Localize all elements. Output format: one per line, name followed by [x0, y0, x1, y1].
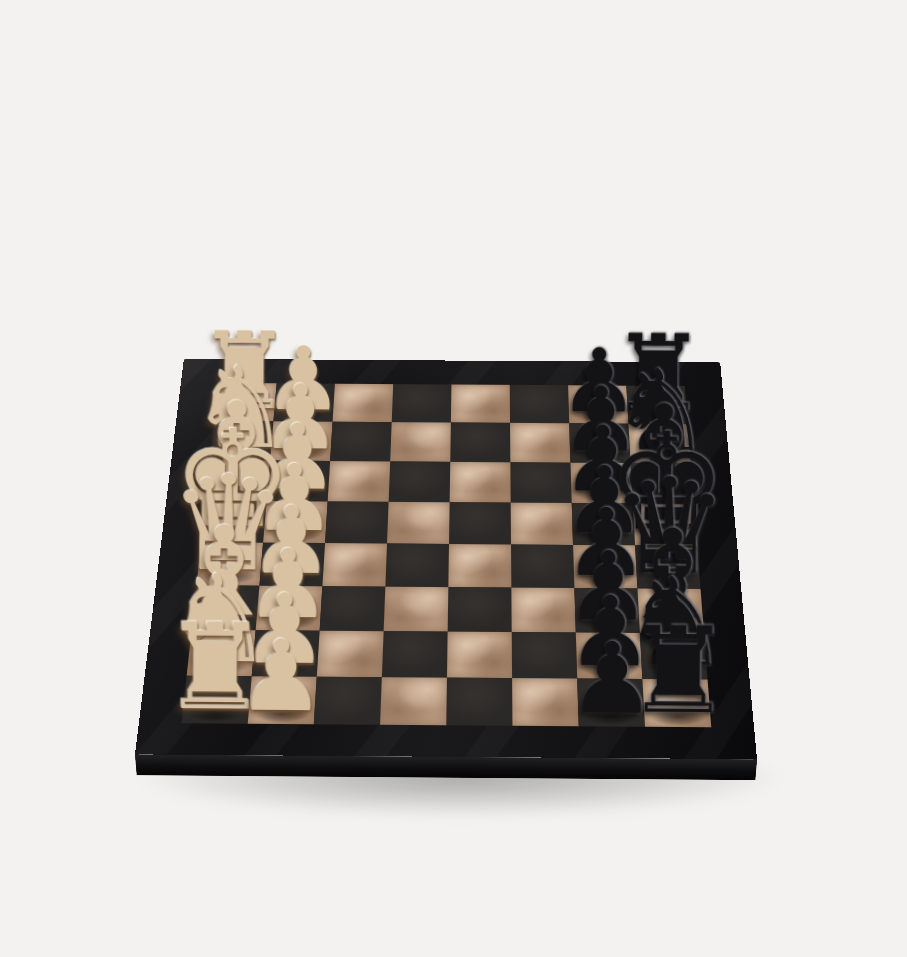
perspective-viewport: ♜♟♟♜♞♟♟♞♝♟♟♝♚♟♟♚♛♟♟♛♝♟♟♝♞♟♟♞♜♟♟♜ [0, 0, 907, 957]
board-squares: ♜♟♟♜♞♟♟♞♝♟♟♝♚♟♟♚♛♟♟♛♝♟♟♝♞♟♟♞♜♟♟♜ [182, 383, 712, 727]
chessboard: ♜♟♟♜♞♟♟♞♝♟♟♝♚♟♟♚♛♟♟♛♝♟♟♝♞♟♟♞♜♟♟♜ [135, 359, 757, 759]
square-a8[interactable]: ♜ [642, 679, 711, 727]
piece-black-rook-a8[interactable]: ♜ [560, 616, 796, 725]
piece-white-pawn-a2[interactable]: ♟ [164, 632, 399, 722]
square-a2[interactable]: ♟ [248, 676, 317, 724]
product-photo-scene: ♜♟♟♜♞♟♟♞♝♟♟♝♚♟♟♚♛♟♟♛♝♟♟♝♞♟♟♞♜♟♟♜ [0, 0, 907, 957]
board-front-edge [135, 754, 757, 780]
